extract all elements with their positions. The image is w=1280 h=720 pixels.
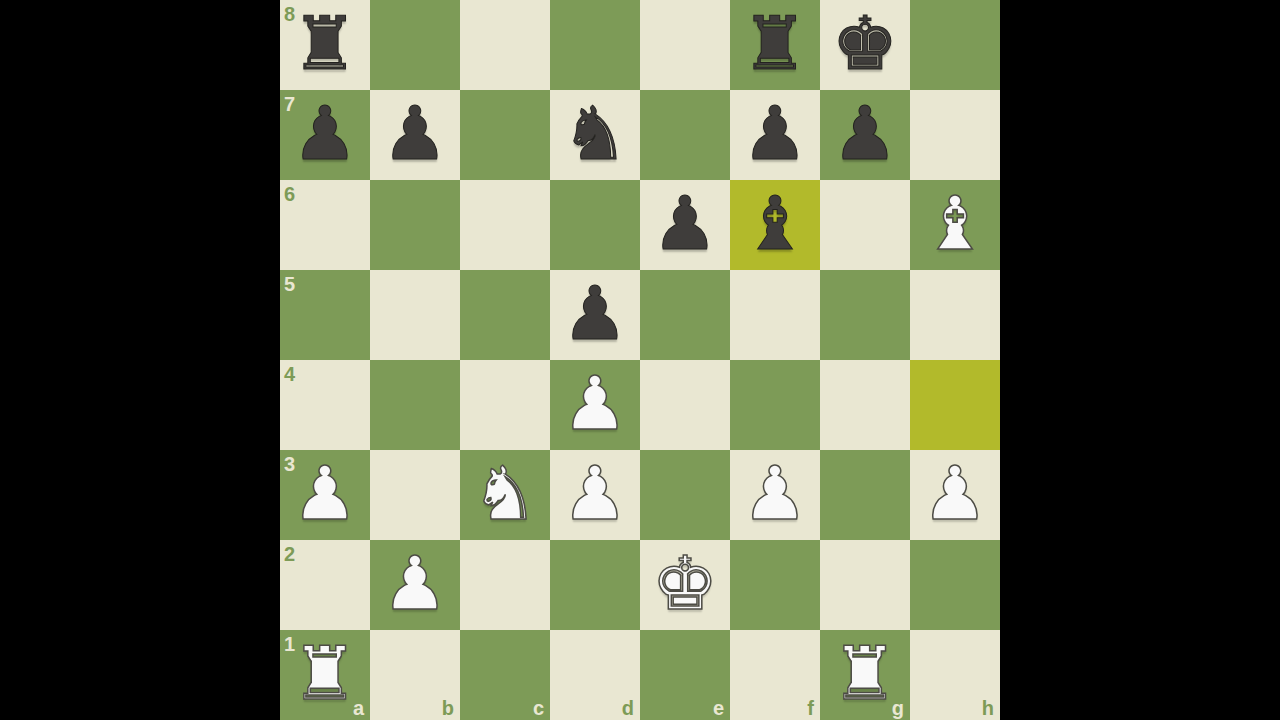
piece-white-bishop[interactable]: ♝	[922, 186, 988, 260]
square-a8[interactable]: ♜	[280, 0, 370, 90]
square-e1[interactable]	[640, 630, 730, 720]
square-f6[interactable]: ♝	[730, 180, 820, 270]
square-h8[interactable]	[910, 0, 1000, 90]
square-f8[interactable]: ♜	[730, 0, 820, 90]
piece-white-knight[interactable]: ♞	[472, 456, 538, 530]
square-c2[interactable]	[460, 540, 550, 630]
square-a2[interactable]	[280, 540, 370, 630]
piece-white-pawn[interactable]: ♟	[742, 456, 808, 530]
square-b8[interactable]	[370, 0, 460, 90]
piece-black-pawn[interactable]: ♟	[832, 96, 898, 170]
square-b2[interactable]: ♟	[370, 540, 460, 630]
square-b7[interactable]: ♟	[370, 90, 460, 180]
square-b1[interactable]	[370, 630, 460, 720]
square-e2[interactable]: ♚	[640, 540, 730, 630]
square-a3[interactable]: ♟	[280, 450, 370, 540]
piece-black-pawn[interactable]: ♟	[292, 96, 358, 170]
square-c3[interactable]: ♞	[460, 450, 550, 540]
piece-black-pawn[interactable]: ♟	[562, 276, 628, 350]
piece-white-king[interactable]: ♚	[652, 546, 718, 620]
piece-black-king[interactable]: ♚	[832, 6, 898, 80]
square-c7[interactable]	[460, 90, 550, 180]
square-d4[interactable]: ♟	[550, 360, 640, 450]
square-h5[interactable]	[910, 270, 1000, 360]
square-g1[interactable]: ♜	[820, 630, 910, 720]
square-g2[interactable]	[820, 540, 910, 630]
piece-white-rook[interactable]: ♜	[292, 636, 358, 710]
square-c4[interactable]	[460, 360, 550, 450]
square-b6[interactable]	[370, 180, 460, 270]
square-g8[interactable]: ♚	[820, 0, 910, 90]
square-d5[interactable]: ♟	[550, 270, 640, 360]
piece-white-pawn[interactable]: ♟	[922, 456, 988, 530]
piece-black-pawn[interactable]: ♟	[382, 96, 448, 170]
square-h6[interactable]: ♝	[910, 180, 1000, 270]
piece-black-rook[interactable]: ♜	[742, 6, 808, 80]
square-f2[interactable]	[730, 540, 820, 630]
square-f3[interactable]: ♟	[730, 450, 820, 540]
square-e4[interactable]	[640, 360, 730, 450]
square-e6[interactable]: ♟	[640, 180, 730, 270]
square-d3[interactable]: ♟	[550, 450, 640, 540]
square-e3[interactable]	[640, 450, 730, 540]
square-c1[interactable]	[460, 630, 550, 720]
square-a5[interactable]	[280, 270, 370, 360]
square-f4[interactable]	[730, 360, 820, 450]
square-f1[interactable]	[730, 630, 820, 720]
square-d6[interactable]	[550, 180, 640, 270]
square-g4[interactable]	[820, 360, 910, 450]
square-e7[interactable]	[640, 90, 730, 180]
chess-app-background: ♜♜♚♟♟♞♟♟♟♝♝♟♟♟♞♟♟♟♟♚♜♜ 87654321abcdefgh	[0, 0, 1280, 720]
piece-black-bishop[interactable]: ♝	[742, 186, 808, 260]
square-a7[interactable]: ♟	[280, 90, 370, 180]
square-g6[interactable]	[820, 180, 910, 270]
square-a4[interactable]	[280, 360, 370, 450]
square-g5[interactable]	[820, 270, 910, 360]
square-g3[interactable]	[820, 450, 910, 540]
square-h1[interactable]	[910, 630, 1000, 720]
square-a6[interactable]	[280, 180, 370, 270]
square-c8[interactable]	[460, 0, 550, 90]
square-e5[interactable]	[640, 270, 730, 360]
square-d8[interactable]	[550, 0, 640, 90]
piece-black-pawn[interactable]: ♟	[742, 96, 808, 170]
square-b4[interactable]	[370, 360, 460, 450]
square-b5[interactable]	[370, 270, 460, 360]
square-d2[interactable]	[550, 540, 640, 630]
square-h7[interactable]	[910, 90, 1000, 180]
piece-black-knight[interactable]: ♞	[562, 96, 628, 170]
square-g7[interactable]: ♟	[820, 90, 910, 180]
square-b3[interactable]	[370, 450, 460, 540]
piece-white-rook[interactable]: ♜	[832, 636, 898, 710]
square-e8[interactable]	[640, 0, 730, 90]
square-f7[interactable]: ♟	[730, 90, 820, 180]
square-h2[interactable]	[910, 540, 1000, 630]
piece-white-pawn[interactable]: ♟	[562, 456, 628, 530]
piece-white-pawn[interactable]: ♟	[382, 546, 448, 620]
piece-black-pawn[interactable]: ♟	[652, 186, 718, 260]
square-d7[interactable]: ♞	[550, 90, 640, 180]
square-c5[interactable]	[460, 270, 550, 360]
piece-white-pawn[interactable]: ♟	[562, 366, 628, 440]
piece-white-pawn[interactable]: ♟	[292, 456, 358, 530]
square-a1[interactable]: ♜	[280, 630, 370, 720]
square-h4[interactable]	[910, 360, 1000, 450]
square-d1[interactable]	[550, 630, 640, 720]
square-f5[interactable]	[730, 270, 820, 360]
square-c6[interactable]	[460, 180, 550, 270]
piece-black-rook[interactable]: ♜	[292, 6, 358, 80]
square-h3[interactable]: ♟	[910, 450, 1000, 540]
chess-board: ♜♜♚♟♟♞♟♟♟♝♝♟♟♟♞♟♟♟♟♚♜♜	[280, 0, 1000, 720]
